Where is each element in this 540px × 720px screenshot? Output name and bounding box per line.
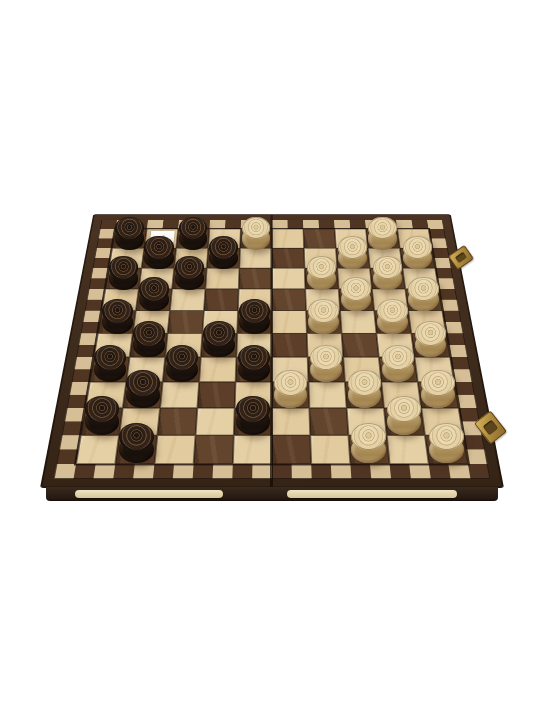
dark-man-e9[interactable] [236,396,270,435]
piece-top [115,217,143,239]
dark-man-e5[interactable] [239,299,270,334]
light-man-i3[interactable] [373,256,403,290]
square-f3[interactable] [272,268,305,289]
square-d3[interactable] [205,268,239,289]
dark-man-e7[interactable] [238,345,270,382]
square-f5[interactable] [272,311,307,334]
light-man-i1[interactable] [368,217,396,249]
square-h5[interactable] [340,311,376,334]
piece-top [368,217,396,239]
light-man-g3[interactable] [307,256,337,290]
square-c5[interactable] [168,311,204,334]
square-g1[interactable] [303,229,336,248]
piece-top [408,277,438,301]
light-man-i5[interactable] [377,299,408,334]
square-c9[interactable] [157,408,197,435]
light-man-i9[interactable] [387,396,421,435]
dark-man-c3[interactable] [175,256,205,290]
piece-top [308,299,339,323]
light-man-h4[interactable] [341,277,371,312]
square-f9[interactable] [272,408,310,435]
light-man-i7[interactable] [382,345,414,382]
light-man-h8[interactable] [348,370,381,408]
piece-top [126,370,159,396]
dark-man-a7[interactable] [94,345,126,382]
piece-top [421,370,454,396]
light-man-h10[interactable] [351,423,386,463]
square-f2[interactable] [272,248,305,268]
square-e3[interactable] [239,268,272,289]
square-d4[interactable] [204,289,239,311]
dark-man-c1[interactable] [179,217,207,249]
square-h6[interactable] [342,333,379,357]
square-d8[interactable] [197,382,235,408]
dark-man-b8[interactable] [126,370,159,408]
piece-top [403,236,432,259]
piece-top [274,370,307,396]
square-c10[interactable] [154,435,195,464]
square-a10[interactable] [76,435,119,464]
light-man-g5[interactable] [308,299,339,334]
piece-top [203,321,235,346]
piece-top [209,236,238,259]
light-man-j8[interactable] [421,370,454,408]
square-f6[interactable] [272,333,308,357]
square-c4[interactable] [170,289,206,311]
light-man-f8[interactable] [274,370,307,408]
dark-man-d6[interactable] [203,321,235,357]
dark-man-b4[interactable] [139,277,169,312]
square-e2[interactable] [239,248,272,268]
piece-top [102,299,133,323]
piece-top [133,321,165,346]
piece-top [341,277,371,301]
piece-top [377,299,408,323]
square-g8[interactable] [308,382,346,408]
square-d10[interactable] [194,435,234,464]
dark-man-c7[interactable] [166,345,198,382]
square-d9[interactable] [196,408,235,435]
dark-man-b6[interactable] [133,321,165,357]
square-f4[interactable] [272,289,306,311]
board-front-edge [46,487,498,501]
square-e10[interactable] [233,435,272,464]
piece-top [429,423,464,450]
light-man-j6[interactable] [415,321,447,357]
square-g9[interactable] [309,408,348,435]
front-inlay-right [287,490,457,498]
product-photo-scene [0,0,540,720]
light-man-h2[interactable] [338,236,367,269]
piece-top [239,299,270,323]
square-f10[interactable] [272,435,311,464]
front-inlay-left [75,490,223,498]
dark-man-d2[interactable] [209,236,238,269]
square-i10[interactable] [387,435,429,464]
dark-man-a5[interactable] [102,299,133,334]
square-f1[interactable] [272,229,304,248]
dark-man-a3[interactable] [109,256,139,290]
fold-seam [270,215,273,486]
light-man-g7[interactable] [310,345,342,382]
light-man-j4[interactable] [408,277,438,312]
piece-top [139,277,169,301]
light-man-j10[interactable] [429,423,464,463]
piece-top [348,370,381,396]
piece-top [338,236,367,259]
light-man-e1[interactable] [242,217,270,249]
square-g10[interactable] [310,435,350,464]
dark-man-b2[interactable] [144,236,173,269]
piece-top [415,321,447,346]
dark-man-b10[interactable] [119,423,154,463]
dark-man-a1[interactable] [115,217,143,249]
square-d7[interactable] [199,357,236,382]
square-c8[interactable] [160,382,199,408]
light-man-j2[interactable] [403,236,432,269]
dark-man-a9[interactable] [85,396,119,435]
piece-top [144,236,173,259]
